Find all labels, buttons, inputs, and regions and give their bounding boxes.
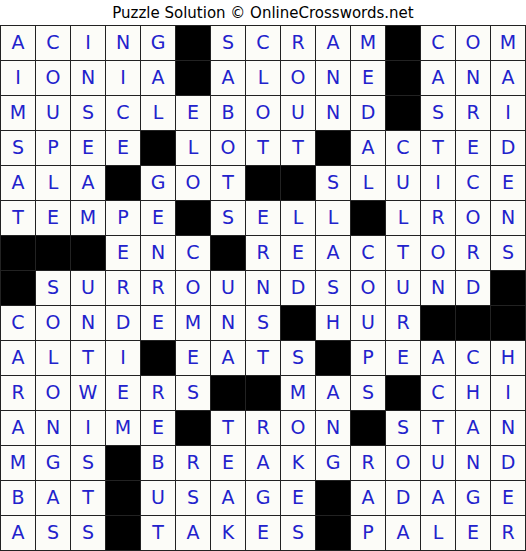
cell-r5c2: L xyxy=(36,166,71,201)
cell-r4c3: E xyxy=(71,131,106,166)
black-cell-r14c10 xyxy=(316,481,351,516)
cell-r1c11: M xyxy=(351,26,386,61)
cell-r13c13: U xyxy=(421,446,456,481)
cell-r4c2: P xyxy=(36,131,71,166)
cell-r11c11: S xyxy=(351,376,386,411)
black-cell-r11c7 xyxy=(211,376,246,411)
cell-r15c3: S xyxy=(71,516,106,551)
cell-r7c8: R xyxy=(246,236,281,271)
cell-r13c7: E xyxy=(211,446,246,481)
cell-r11c15: I xyxy=(491,376,526,411)
black-cell-r9c13 xyxy=(421,306,456,341)
cell-r11c3: W xyxy=(71,376,106,411)
cell-r10c13: A xyxy=(421,341,456,376)
cell-r1c1: A xyxy=(1,26,36,61)
cell-r8c9: D xyxy=(281,271,316,306)
cell-r14c6: S xyxy=(176,481,211,516)
cell-r2c11: E xyxy=(351,61,386,96)
cell-r6c12: L xyxy=(386,201,421,236)
cell-r3c1: M xyxy=(1,96,36,131)
cell-r2c7: A xyxy=(211,61,246,96)
cell-r14c15: E xyxy=(491,481,526,516)
cell-r14c2: A xyxy=(36,481,71,516)
black-cell-r2c6 xyxy=(176,61,211,96)
cell-r3c15: I xyxy=(491,96,526,131)
cell-r3c11: D xyxy=(351,96,386,131)
cell-r12c13: T xyxy=(421,411,456,446)
cell-r1c15: M xyxy=(491,26,526,61)
cell-r3c8: O xyxy=(246,96,281,131)
cell-r6c14: O xyxy=(456,201,491,236)
cell-r7c15: S xyxy=(491,236,526,271)
cell-r15c11: P xyxy=(351,516,386,551)
cell-r15c6: A xyxy=(176,516,211,551)
cell-r12c4: M xyxy=(106,411,141,446)
cell-r10c3: T xyxy=(71,341,106,376)
cell-r6c4: P xyxy=(106,201,141,236)
cell-r3c2: U xyxy=(36,96,71,131)
black-cell-r5c9 xyxy=(281,166,316,201)
cell-r14c1: B xyxy=(1,481,36,516)
cell-r6c1: T xyxy=(1,201,36,236)
black-cell-r9c15 xyxy=(491,306,526,341)
cell-r1c9: R xyxy=(281,26,316,61)
cell-r7c14: R xyxy=(456,236,491,271)
cell-r7c9: E xyxy=(281,236,316,271)
cell-r1c5: G xyxy=(141,26,176,61)
cell-r6c10: L xyxy=(316,201,351,236)
cell-r10c4: I xyxy=(106,341,141,376)
cell-r12c5: E xyxy=(141,411,176,446)
black-cell-r1c6 xyxy=(176,26,211,61)
crossword-grid: ACINGSCRAMCOMIONIAALONEANAMUSCLEBOUNDSRI… xyxy=(0,25,526,551)
cell-r15c8: E xyxy=(246,516,281,551)
cell-r10c15: H xyxy=(491,341,526,376)
black-cell-r11c12 xyxy=(386,376,421,411)
black-cell-r7c3 xyxy=(71,236,106,271)
cell-r12c12: S xyxy=(386,411,421,446)
black-cell-r5c4 xyxy=(106,166,141,201)
cell-r10c7: A xyxy=(211,341,246,376)
black-cell-r9c9 xyxy=(281,306,316,341)
cell-r8c3: U xyxy=(71,271,106,306)
cell-r13c15: D xyxy=(491,446,526,481)
cell-r1c13: C xyxy=(421,26,456,61)
cell-r7c10: A xyxy=(316,236,351,271)
black-cell-r7c2 xyxy=(36,236,71,271)
cell-r6c13: R xyxy=(421,201,456,236)
cell-r6c7: S xyxy=(211,201,246,236)
cell-r8c7: U xyxy=(211,271,246,306)
cell-r13c10: G xyxy=(316,446,351,481)
cell-r3c10: N xyxy=(316,96,351,131)
cell-r5c6: O xyxy=(176,166,211,201)
black-cell-r15c4 xyxy=(106,516,141,551)
cell-r1c10: A xyxy=(316,26,351,61)
cell-r13c1: M xyxy=(1,446,36,481)
cell-r2c1: I xyxy=(1,61,36,96)
cell-r2c9: O xyxy=(281,61,316,96)
cell-r2c4: I xyxy=(106,61,141,96)
cell-r7c11: C xyxy=(351,236,386,271)
cell-r13c2: G xyxy=(36,446,71,481)
cell-r1c2: C xyxy=(36,26,71,61)
cell-r8c2: S xyxy=(36,271,71,306)
cell-r12c7: T xyxy=(211,411,246,446)
cell-r13c5: B xyxy=(141,446,176,481)
cell-r2c13: A xyxy=(421,61,456,96)
cell-r2c5: A xyxy=(141,61,176,96)
cell-r3c14: R xyxy=(456,96,491,131)
cell-r5c5: G xyxy=(141,166,176,201)
cell-r10c14: C xyxy=(456,341,491,376)
cell-r15c12: A xyxy=(386,516,421,551)
cell-r6c15: N xyxy=(491,201,526,236)
cell-r10c9: S xyxy=(281,341,316,376)
black-cell-r10c5 xyxy=(141,341,176,376)
black-cell-r6c6 xyxy=(176,201,211,236)
cell-r2c8: L xyxy=(246,61,281,96)
cell-r3c6: E xyxy=(176,96,211,131)
cell-r9c6: M xyxy=(176,306,211,341)
cell-r4c14: E xyxy=(456,131,491,166)
cell-r15c14: E xyxy=(456,516,491,551)
cell-r9c11: U xyxy=(351,306,386,341)
cell-r7c12: T xyxy=(386,236,421,271)
cell-r15c13: L xyxy=(421,516,456,551)
cell-r12c15: N xyxy=(491,411,526,446)
cell-r9c7: N xyxy=(211,306,246,341)
cell-r3c7: B xyxy=(211,96,246,131)
cell-r13c6: R xyxy=(176,446,211,481)
black-cell-r5c8 xyxy=(246,166,281,201)
cell-r3c5: L xyxy=(141,96,176,131)
cell-r1c14: O xyxy=(456,26,491,61)
cell-r9c1: C xyxy=(1,306,36,341)
cell-r7c4: E xyxy=(106,236,141,271)
black-cell-r12c11 xyxy=(351,411,386,446)
cell-r15c15: R xyxy=(491,516,526,551)
cell-r5c14: C xyxy=(456,166,491,201)
cell-r6c9: L xyxy=(281,201,316,236)
cell-r6c8: E xyxy=(246,201,281,236)
black-cell-r15c10 xyxy=(316,516,351,551)
cell-r5c1: A xyxy=(1,166,36,201)
cell-r10c11: P xyxy=(351,341,386,376)
cell-r11c14: H xyxy=(456,376,491,411)
cell-r9c10: H xyxy=(316,306,351,341)
cell-r3c4: C xyxy=(106,96,141,131)
cell-r8c13: N xyxy=(421,271,456,306)
cell-r1c8: C xyxy=(246,26,281,61)
cell-r8c8: N xyxy=(246,271,281,306)
cell-r5c10: S xyxy=(316,166,351,201)
cell-r7c6: C xyxy=(176,236,211,271)
black-cell-r13c4 xyxy=(106,446,141,481)
cell-r5c13: I xyxy=(421,166,456,201)
cell-r3c3: S xyxy=(71,96,106,131)
black-cell-r12c6 xyxy=(176,411,211,446)
cell-r13c14: N xyxy=(456,446,491,481)
cell-r5c3: A xyxy=(71,166,106,201)
black-cell-r14c4 xyxy=(106,481,141,516)
cell-r15c2: S xyxy=(36,516,71,551)
black-cell-r7c7 xyxy=(211,236,246,271)
cell-r8c5: R xyxy=(141,271,176,306)
cell-r14c7: A xyxy=(211,481,246,516)
cell-r6c3: M xyxy=(71,201,106,236)
cell-r4c13: T xyxy=(421,131,456,166)
black-cell-r3c12 xyxy=(386,96,421,131)
cell-r14c8: G xyxy=(246,481,281,516)
cell-r14c9: E xyxy=(281,481,316,516)
cell-r5c15: E xyxy=(491,166,526,201)
cell-r4c8: T xyxy=(246,131,281,166)
cell-r15c7: K xyxy=(211,516,246,551)
cell-r13c11: R xyxy=(351,446,386,481)
black-cell-r1c12 xyxy=(386,26,421,61)
black-cell-r9c14 xyxy=(456,306,491,341)
cell-r14c13: A xyxy=(421,481,456,516)
cell-r7c13: O xyxy=(421,236,456,271)
title-bar: Puzzle Solution © OnlineCrosswords.net xyxy=(0,0,526,25)
black-cell-r8c1 xyxy=(1,271,36,306)
cell-r11c6: S xyxy=(176,376,211,411)
cell-r4c11: A xyxy=(351,131,386,166)
cell-r13c12: O xyxy=(386,446,421,481)
cell-r12c1: A xyxy=(1,411,36,446)
cell-r5c11: L xyxy=(351,166,386,201)
cell-r8c12: U xyxy=(386,271,421,306)
cell-r15c1: A xyxy=(1,516,36,551)
black-cell-r11c8 xyxy=(246,376,281,411)
cell-r14c3: T xyxy=(71,481,106,516)
black-cell-r4c10 xyxy=(316,131,351,166)
cell-r13c8: A xyxy=(246,446,281,481)
cell-r8c4: R xyxy=(106,271,141,306)
cell-r4c6: L xyxy=(176,131,211,166)
cell-r4c7: O xyxy=(211,131,246,166)
cell-r14c11: A xyxy=(351,481,386,516)
cell-r6c5: E xyxy=(141,201,176,236)
cell-r3c9: U xyxy=(281,96,316,131)
cell-r15c9: S xyxy=(281,516,316,551)
cell-r8c6: O xyxy=(176,271,211,306)
cell-r11c5: R xyxy=(141,376,176,411)
cell-r8c11: O xyxy=(351,271,386,306)
cell-r2c15: A xyxy=(491,61,526,96)
cell-r3c13: S xyxy=(421,96,456,131)
cell-r12c3: I xyxy=(71,411,106,446)
cell-r12c10: N xyxy=(316,411,351,446)
cell-r8c10: S xyxy=(316,271,351,306)
cell-r14c5: U xyxy=(141,481,176,516)
cell-r4c9: T xyxy=(281,131,316,166)
cell-r11c13: C xyxy=(421,376,456,411)
cell-r13c3: S xyxy=(71,446,106,481)
cell-r1c3: I xyxy=(71,26,106,61)
cell-r11c1: R xyxy=(1,376,36,411)
cell-r9c2: O xyxy=(36,306,71,341)
cell-r2c3: N xyxy=(71,61,106,96)
cell-r11c9: M xyxy=(281,376,316,411)
cell-r10c8: T xyxy=(246,341,281,376)
cell-r13c9: K xyxy=(281,446,316,481)
cell-r9c4: D xyxy=(106,306,141,341)
black-cell-r2c12 xyxy=(386,61,421,96)
cell-r2c2: O xyxy=(36,61,71,96)
cell-r14c14: G xyxy=(456,481,491,516)
black-cell-r4c5 xyxy=(141,131,176,166)
cell-r10c2: L xyxy=(36,341,71,376)
cell-r5c7: T xyxy=(211,166,246,201)
cell-r1c4: N xyxy=(106,26,141,61)
cell-r11c10: A xyxy=(316,376,351,411)
black-cell-r10c10 xyxy=(316,341,351,376)
cell-r4c1: S xyxy=(1,131,36,166)
cell-r9c8: S xyxy=(246,306,281,341)
cell-r5c12: U xyxy=(386,166,421,201)
black-cell-r7c1 xyxy=(1,236,36,271)
cell-r15c5: T xyxy=(141,516,176,551)
cell-r14c12: D xyxy=(386,481,421,516)
cell-r10c1: A xyxy=(1,341,36,376)
cell-r7c5: N xyxy=(141,236,176,271)
cell-r12c2: N xyxy=(36,411,71,446)
cell-r4c4: E xyxy=(106,131,141,166)
cell-r12c9: O xyxy=(281,411,316,446)
black-cell-r6c11 xyxy=(351,201,386,236)
cell-r2c10: N xyxy=(316,61,351,96)
page-title: Puzzle Solution © OnlineCrosswords.net xyxy=(112,4,413,22)
cell-r4c12: C xyxy=(386,131,421,166)
cell-r2c14: N xyxy=(456,61,491,96)
cell-r11c2: O xyxy=(36,376,71,411)
cell-r9c12: R xyxy=(386,306,421,341)
cell-r10c12: E xyxy=(386,341,421,376)
puzzle-solution-page: Puzzle Solution © OnlineCrosswords.net A… xyxy=(0,0,526,551)
cell-r12c8: R xyxy=(246,411,281,446)
cell-r9c5: E xyxy=(141,306,176,341)
cell-r9c3: N xyxy=(71,306,106,341)
cell-r6c2: E xyxy=(36,201,71,236)
black-cell-r8c15 xyxy=(491,271,526,306)
cell-r4c15: D xyxy=(491,131,526,166)
cell-r10c6: E xyxy=(176,341,211,376)
cell-r8c14: D xyxy=(456,271,491,306)
cell-r12c14: A xyxy=(456,411,491,446)
cell-r11c4: E xyxy=(106,376,141,411)
cell-r1c7: S xyxy=(211,26,246,61)
